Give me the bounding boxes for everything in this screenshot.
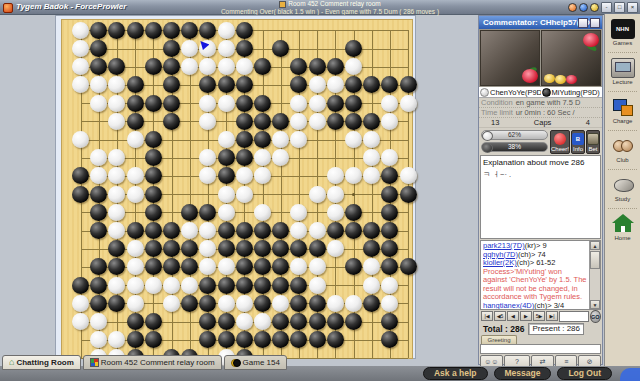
black-stone — [272, 40, 289, 57]
message-button[interactable]: Message — [494, 367, 552, 380]
room-title: Room 452 Comment relay room — [288, 0, 380, 7]
black-stone — [199, 313, 216, 330]
black-stone — [272, 258, 289, 275]
cheer-button[interactable]: Cheer! — [550, 130, 570, 154]
white-stone — [181, 40, 198, 57]
black-stone — [163, 240, 180, 257]
white-stone — [218, 204, 235, 221]
white-stone — [309, 277, 326, 294]
black-stone — [199, 22, 216, 39]
nhn-games-icon: NHN — [611, 19, 635, 39]
black-stone — [163, 113, 180, 130]
black-stone — [290, 295, 307, 312]
black-stone — [90, 277, 107, 294]
white-stone — [236, 313, 253, 330]
white-player-photo — [480, 30, 540, 86]
greeting-tab[interactable]: Greeting — [481, 335, 517, 344]
black-stone — [254, 295, 271, 312]
black-stone — [363, 76, 380, 93]
black-stone — [145, 167, 162, 184]
titlebar-blue-icon[interactable] — [579, 3, 588, 12]
white-stone — [327, 167, 344, 184]
white-stone-icon — [480, 88, 489, 97]
white-stone — [309, 113, 326, 130]
white-stone — [90, 167, 107, 184]
white-stone — [90, 95, 107, 112]
black-stone — [108, 58, 125, 75]
logout-button[interactable]: Log Out — [557, 367, 612, 380]
slider-knob[interactable] — [482, 131, 493, 141]
white-stone — [90, 76, 107, 93]
maximize-button[interactable]: □ — [614, 2, 625, 13]
black-stone — [163, 22, 180, 39]
back-5-button[interactable]: ◀5 — [494, 311, 506, 321]
white-stone — [290, 113, 307, 130]
black-stone — [400, 76, 417, 93]
white-stone — [272, 149, 289, 166]
greeting-input[interactable] — [481, 346, 600, 354]
white-stone — [345, 58, 362, 75]
black-stone — [218, 149, 235, 166]
white-stone — [181, 277, 198, 294]
yellow-rose-decoration — [544, 74, 555, 83]
white-stone — [127, 186, 144, 203]
white-stone — [108, 149, 125, 166]
black-stone — [345, 76, 362, 93]
white-stone — [381, 295, 398, 312]
room-grid-icon — [90, 358, 99, 367]
white-stone — [108, 331, 125, 348]
first-move-button[interactable]: |◀ — [481, 311, 493, 321]
app-icon — [3, 3, 13, 13]
white-stone — [236, 167, 253, 184]
black-stone — [90, 222, 107, 239]
condition-row: Condition en game with 7.5 D — [479, 98, 602, 108]
explanation-body: ㅋ ㅓ~· . — [483, 170, 598, 180]
black-stone — [145, 149, 162, 166]
white-stone — [363, 167, 380, 184]
white-stone — [218, 22, 235, 39]
white-stone — [381, 277, 398, 294]
titlebar-yellow-icon[interactable] — [590, 3, 599, 12]
black-stone — [236, 240, 253, 257]
black-stone — [145, 22, 162, 39]
black-percent-bar[interactable]: 38% — [481, 142, 548, 152]
white-stone — [199, 258, 216, 275]
white-stone — [108, 167, 125, 184]
black-stone — [90, 204, 107, 221]
last-move-button[interactable]: ▶| — [546, 311, 558, 321]
black-stone — [309, 295, 326, 312]
black-stone — [381, 222, 398, 239]
black-stone — [218, 240, 235, 257]
explanation-box: Explanation about move 286 ㅋ ㅓ~· . — [480, 155, 601, 239]
black-stone — [145, 204, 162, 221]
black-stone — [345, 95, 362, 112]
white-stone — [127, 258, 144, 275]
black-stone — [72, 277, 89, 294]
forward-1-button[interactable]: ▶ — [520, 311, 532, 321]
white-stone — [127, 277, 144, 294]
black-stone — [163, 76, 180, 93]
white-stone — [90, 149, 107, 166]
black-stone — [236, 331, 253, 348]
question-icon: ? — [515, 358, 519, 365]
go-button[interactable]: GO — [590, 310, 601, 323]
black-stone — [272, 222, 289, 239]
rose-decoration — [566, 75, 577, 84]
black-stone — [327, 95, 344, 112]
black-stone — [345, 204, 362, 221]
black-stone — [327, 331, 344, 348]
black-stone — [163, 95, 180, 112]
white-stone — [327, 76, 344, 93]
black-stone-icon — [542, 88, 551, 97]
black-stone — [90, 186, 107, 203]
black-stone — [90, 22, 107, 39]
go-board[interactable] — [61, 19, 413, 359]
black-stone — [290, 58, 307, 75]
white-stone — [72, 22, 89, 39]
white-captures: 4 — [586, 118, 590, 127]
white-stone — [327, 204, 344, 221]
present-move: Present : 286 — [528, 323, 584, 335]
white-stone — [218, 95, 235, 112]
black-stone — [290, 313, 307, 330]
black-stone — [108, 240, 125, 257]
black-stone — [236, 22, 253, 39]
commentator-panel: Commentator: CHhelp57(5D) ChenYoYe(P9D) … — [478, 15, 603, 365]
white-stone — [309, 222, 326, 239]
board-frame — [55, 15, 416, 359]
close-button[interactable]: × — [627, 2, 638, 13]
white-stone — [199, 113, 216, 130]
black-stone — [309, 240, 326, 257]
app-window: Tygem Badok - ForceProwler Room 452 Comm… — [0, 0, 640, 381]
white-stone — [72, 313, 89, 330]
go-stones-icon — [231, 359, 241, 367]
titlebar-center: Room 452 Comment relay room Commenting O… — [180, 0, 480, 15]
panel-close-icon[interactable] — [590, 18, 600, 28]
white-stone — [218, 258, 235, 275]
black-stone — [127, 331, 144, 348]
black-stone — [90, 295, 107, 312]
black-stone — [327, 113, 344, 130]
yellow-rose-decoration — [555, 75, 566, 84]
black-stone — [309, 313, 326, 330]
room-icon — [279, 1, 286, 8]
back-1-button[interactable]: ◀ — [507, 311, 519, 321]
black-stone — [145, 186, 162, 203]
black-stone — [199, 76, 216, 93]
white-stone — [309, 186, 326, 203]
white-stone — [127, 167, 144, 184]
white-stone — [218, 295, 235, 312]
black-stone — [236, 40, 253, 57]
white-percent-bar[interactable]: 62% — [481, 130, 548, 140]
black-stone — [127, 76, 144, 93]
white-stone — [108, 113, 125, 130]
white-stone — [72, 58, 89, 75]
white-stone — [90, 331, 107, 348]
white-stone — [199, 95, 216, 112]
black-stone — [309, 58, 326, 75]
ask-help-button[interactable]: Ask a help — [423, 367, 488, 380]
explanation-title: Explanation about move 286 — [483, 158, 598, 167]
black-stone — [218, 331, 235, 348]
scroll-up-icon[interactable]: ▲ — [590, 241, 600, 250]
black-stone — [254, 131, 271, 148]
star-point — [352, 193, 355, 196]
black-stone — [363, 240, 380, 257]
white-stone — [218, 186, 235, 203]
white-stone — [254, 204, 271, 221]
black-stone — [272, 277, 289, 294]
white-stone — [72, 40, 89, 57]
sidebar-item-charge[interactable]: Charge — [605, 92, 640, 125]
black-stone — [163, 258, 180, 275]
black-stone — [254, 113, 271, 130]
black-player-name: MiYuting(P9D) — [541, 87, 603, 97]
club-people-icon — [611, 136, 635, 156]
bet-button[interactable]: Bet — [586, 130, 600, 154]
chat-message: hangtianex(4D)(ch)> 3/4 — [483, 302, 588, 311]
black-stone — [381, 76, 398, 93]
black-stone — [108, 258, 125, 275]
white-stone — [272, 131, 289, 148]
white-stone — [108, 76, 125, 93]
white-stone — [363, 277, 380, 294]
black-stone — [381, 313, 398, 330]
white-stone — [218, 40, 235, 57]
white-stone — [327, 295, 344, 312]
tab-chatting-room[interactable]: ⌂ Chatting Room — [2, 355, 81, 370]
black-stone — [108, 295, 125, 312]
sidebar-item-lecture[interactable]: Lecture — [605, 53, 640, 86]
black-stone — [236, 76, 253, 93]
white-stone — [345, 167, 362, 184]
black-stone — [236, 131, 253, 148]
tab-comment-relay-room[interactable]: Room 452 Comment relay room — [83, 355, 222, 370]
sidebar-item-games[interactable]: NHN Games — [605, 14, 640, 47]
white-stone — [290, 95, 307, 112]
black-stone — [400, 186, 417, 203]
study-icon — [611, 175, 635, 195]
rose-decoration — [583, 33, 599, 47]
titlebar-orange-icon[interactable] — [568, 3, 577, 12]
white-stone — [72, 131, 89, 148]
white-stone — [254, 149, 271, 166]
black-stone — [236, 113, 253, 130]
commentator-header: Commentator: CHhelp57(5D) — [479, 16, 602, 29]
white-stone — [363, 258, 380, 275]
white-stone — [218, 58, 235, 75]
white-stone — [272, 295, 289, 312]
black-stone — [236, 149, 253, 166]
black-stone — [254, 258, 271, 275]
black-stone — [236, 95, 253, 112]
white-stone — [381, 149, 398, 166]
white-stone — [181, 222, 198, 239]
black-stone — [236, 222, 253, 239]
black-stone — [127, 313, 144, 330]
white-stone — [72, 76, 89, 93]
chat-box: park213(7D)(kr)> 9qqhyh(7D)(ch)> 74kioll… — [480, 240, 601, 310]
black-stone — [363, 222, 380, 239]
black-stone — [181, 295, 198, 312]
black-stone — [218, 313, 235, 330]
black-stone — [181, 240, 198, 257]
game-status-line: Commenting Over( black 1.5 win ) - Even … — [180, 8, 480, 15]
bet-coins-icon — [587, 133, 599, 145]
black-stone — [309, 331, 326, 348]
minimize-button[interactable]: - — [601, 2, 612, 13]
white-stone — [218, 131, 235, 148]
black-stone — [145, 58, 162, 75]
titlebar: Tygem Badok - ForceProwler Room 452 Comm… — [0, 0, 640, 15]
white-stone — [400, 167, 417, 184]
white-stone — [108, 95, 125, 112]
black-stone — [381, 240, 398, 257]
white-stone — [381, 95, 398, 112]
black-stone — [381, 186, 398, 203]
black-stone — [90, 58, 107, 75]
house-icon: ⌂ — [9, 358, 14, 367]
white-stone — [345, 295, 362, 312]
white-stone — [199, 222, 216, 239]
black-stone — [254, 240, 271, 257]
white-stone — [236, 186, 253, 203]
move-navigation: |◀ ◀5 ◀ ▶ 5▶ ▶| GO — [479, 310, 602, 322]
menu-list-icon: ≡ — [564, 358, 568, 365]
white-stone — [345, 131, 362, 148]
black-stone — [127, 113, 144, 130]
black-stone — [145, 131, 162, 148]
black-stone — [163, 40, 180, 57]
black-stone — [381, 204, 398, 221]
sidebar-item-club[interactable]: Club — [605, 131, 640, 164]
white-stone — [108, 277, 125, 294]
white-stone — [400, 95, 417, 112]
black-stone — [108, 22, 125, 39]
captures-row: 13 Caps 4 — [479, 118, 602, 128]
black-stone — [381, 258, 398, 275]
black-stone — [199, 204, 216, 221]
white-player-name: ChenYoYe(P9D) — [479, 87, 541, 97]
tv-lecture-icon — [611, 58, 635, 78]
white-stone — [236, 295, 253, 312]
black-stone — [363, 113, 380, 130]
black-stone — [145, 313, 162, 330]
black-stone — [199, 277, 216, 294]
black-stone — [236, 258, 253, 275]
white-stone — [199, 149, 216, 166]
room-tabs: ⌂ Chatting Room Room 452 Comment relay r… — [2, 355, 287, 370]
black-stone — [163, 222, 180, 239]
chat-scrollbar[interactable]: ▲ ▼ — [589, 241, 600, 309]
white-stone — [145, 277, 162, 294]
sidebar-item-home[interactable]: Home — [605, 209, 640, 242]
white-stone — [290, 131, 307, 148]
sidebar-item-study[interactable]: Study — [605, 170, 640, 203]
black-stone — [145, 331, 162, 348]
black-stone — [72, 186, 89, 203]
rose-decoration — [522, 69, 538, 83]
total-moves: Total : 286 — [483, 324, 524, 334]
commentator-name: Commentator: CHhelp57(5D) — [483, 18, 592, 27]
review-arrows-icon: ⇄ — [540, 358, 546, 365]
black-stone — [290, 277, 307, 294]
forward-5-button[interactable]: 5▶ — [533, 311, 545, 321]
scroll-thumb[interactable] — [590, 251, 600, 269]
slider-knob[interactable] — [482, 143, 493, 153]
white-stone — [309, 95, 326, 112]
black-stone — [254, 95, 271, 112]
home-icon — [611, 214, 635, 234]
scroll-down-icon[interactable]: ▼ — [590, 300, 600, 309]
panel-min-icon[interactable] — [578, 18, 588, 28]
move-number-input[interactable] — [559, 311, 589, 322]
white-stone — [108, 222, 125, 239]
black-stone — [254, 277, 271, 294]
black-stone — [290, 76, 307, 93]
chat-username[interactable]: kioller(2K) — [483, 258, 517, 267]
white-stone — [309, 258, 326, 275]
white-stone — [90, 313, 107, 330]
black-stone — [290, 331, 307, 348]
cheer-ball-icon — [554, 133, 566, 145]
black-stone — [345, 40, 362, 57]
quit-icon: ⊘ — [587, 358, 593, 365]
white-stone — [163, 295, 180, 312]
white-stone — [199, 167, 216, 184]
black-player-photo — [541, 30, 601, 86]
black-stone — [127, 222, 144, 239]
white-stone — [290, 222, 307, 239]
black-stone — [363, 295, 380, 312]
white-stone — [327, 240, 344, 257]
white-stone — [181, 58, 198, 75]
black-stone — [163, 58, 180, 75]
black-stone — [127, 22, 144, 39]
white-stone — [363, 149, 380, 166]
black-stone — [218, 222, 235, 239]
black-stone — [254, 58, 271, 75]
white-stone — [199, 40, 216, 57]
black-stone — [181, 204, 198, 221]
chat-username[interactable]: hangtianex(4D) — [483, 301, 534, 310]
info-button[interactable]: BInfo — [571, 130, 585, 154]
black-stone — [345, 222, 362, 239]
white-stone — [72, 295, 89, 312]
white-stone — [290, 204, 307, 221]
black-stone — [145, 222, 162, 239]
black-stone — [90, 258, 107, 275]
white-stone — [363, 131, 380, 148]
tab-game-154[interactable]: Game 154 — [224, 355, 287, 370]
white-stone — [127, 295, 144, 312]
white-stone — [199, 240, 216, 257]
white-stone — [108, 186, 125, 203]
black-stone — [218, 167, 235, 184]
black-stone — [290, 240, 307, 257]
charge-cubes-icon — [611, 97, 635, 117]
white-stone — [199, 58, 216, 75]
black-stone — [272, 331, 289, 348]
black-stone — [145, 95, 162, 112]
white-stone — [163, 277, 180, 294]
black-stone — [327, 58, 344, 75]
